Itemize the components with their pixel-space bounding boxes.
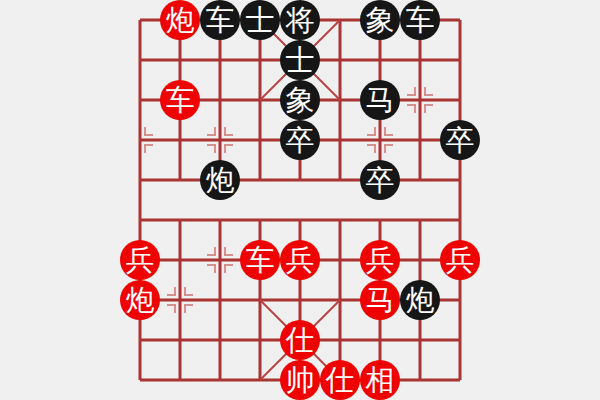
red-cannon[interactable]: 炮 [120,280,160,320]
red-chariot[interactable]: 车 [160,80,200,120]
red-king[interactable]: 帅 [280,360,320,400]
red-soldier[interactable]: 兵 [280,240,320,280]
black-advisor[interactable]: 士 [240,0,280,40]
black-chariot[interactable]: 车 [200,0,240,40]
xiangqi-app: 炮车士将象车士车象马卒卒炮卒兵车兵兵兵炮马炮仕帅仕相 [0,0,600,400]
red-advisor[interactable]: 仕 [320,360,360,400]
red-elephant[interactable]: 相 [360,360,400,400]
red-horse[interactable]: 马 [360,280,400,320]
black-advisor[interactable]: 士 [280,40,320,80]
black-elephant[interactable]: 象 [280,80,320,120]
black-elephant[interactable]: 象 [360,0,400,40]
black-cannon[interactable]: 炮 [400,280,440,320]
red-advisor[interactable]: 仕 [280,320,320,360]
red-soldier[interactable]: 兵 [360,240,400,280]
xiangqi-board: 炮车士将象车士车象马卒卒炮卒兵车兵兵兵炮马炮仕帅仕相 [120,0,480,400]
black-soldier[interactable]: 卒 [360,160,400,200]
black-soldier[interactable]: 卒 [280,120,320,160]
black-horse[interactable]: 马 [360,80,400,120]
black-chariot[interactable]: 车 [400,0,440,40]
black-king[interactable]: 将 [280,0,320,40]
black-cannon[interactable]: 炮 [200,160,240,200]
red-cannon[interactable]: 炮 [160,0,200,40]
red-soldier[interactable]: 兵 [120,240,160,280]
black-soldier[interactable]: 卒 [440,120,480,160]
red-chariot[interactable]: 车 [240,240,280,280]
red-soldier[interactable]: 兵 [440,240,480,280]
